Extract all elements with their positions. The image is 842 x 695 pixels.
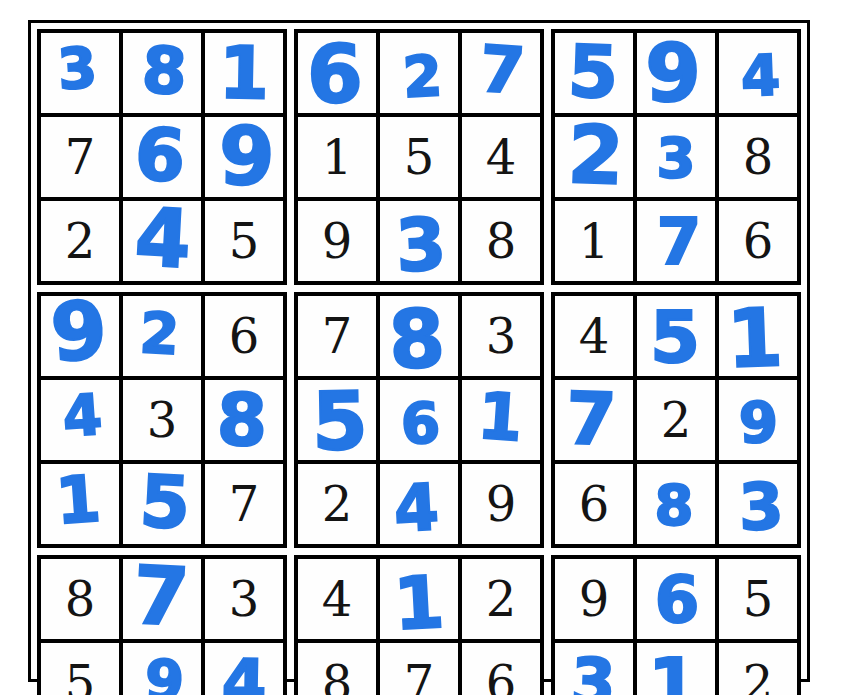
handwritten-digit: 1 xyxy=(218,37,269,110)
cell-r5c5[interactable]: 6 xyxy=(378,378,460,462)
cell-r4c2[interactable]: 2 xyxy=(121,294,203,378)
printed-digit: 4 xyxy=(579,312,610,360)
handwritten-digit: 9 xyxy=(218,117,275,198)
printed-digit: 1 xyxy=(322,133,353,181)
cell-r1c2[interactable]: 8 xyxy=(121,31,203,115)
cell-r1c4[interactable]: 6 xyxy=(296,31,378,115)
cell-r1c9[interactable]: 4 xyxy=(717,31,799,115)
handwritten-digit: 6 xyxy=(133,118,187,193)
printed-digit: 7 xyxy=(229,480,260,528)
printed-digit: 3 xyxy=(229,575,260,623)
cell-r5c9[interactable]: 9 xyxy=(717,378,799,462)
handwritten-digit: 8 xyxy=(140,38,188,104)
handwritten-digit: 8 xyxy=(216,384,267,457)
box-6: 451729683 xyxy=(551,292,801,548)
cell-r3c2[interactable]: 4 xyxy=(121,199,203,283)
printed-digit: 4 xyxy=(322,575,353,623)
cell-r6c1[interactable]: 1 xyxy=(39,462,121,546)
cell-r1c1[interactable]: 3 xyxy=(39,31,121,115)
handwritten-digit: 6 xyxy=(399,395,441,453)
handwritten-digit: 5 xyxy=(650,301,700,373)
cell-r8c3[interactable]: 4 xyxy=(203,641,285,695)
handwritten-digit: 2 xyxy=(567,115,625,197)
handwritten-digit: 1 xyxy=(392,566,446,641)
handwritten-digit: 9 xyxy=(645,34,701,114)
cell-r1c7[interactable]: 5 xyxy=(553,31,635,115)
printed-digit: 8 xyxy=(486,217,517,265)
cell-r6c9[interactable]: 3 xyxy=(717,462,799,546)
cell-r3c7[interactable]: 1 xyxy=(553,199,635,283)
printed-digit: 9 xyxy=(579,575,610,623)
cell-r5c4[interactable]: 5 xyxy=(296,378,378,462)
cell-r1c6[interactable]: 7 xyxy=(460,31,542,115)
handwritten-digit: 7 xyxy=(565,382,618,456)
cell-r8c7[interactable]: 3 xyxy=(553,641,635,695)
sudoku-board: 3817692456271549385942381769264381577835… xyxy=(28,20,810,682)
handwritten-digit: 8 xyxy=(387,299,447,382)
handwritten-digit: 7 xyxy=(131,556,191,639)
cell-r7c6[interactable]: 2 xyxy=(460,557,542,641)
printed-digit: 4 xyxy=(486,133,517,181)
box-1: 381769245 xyxy=(37,29,287,285)
cell-r2c4[interactable]: 1 xyxy=(296,115,378,199)
printed-digit: 8 xyxy=(743,133,774,181)
printed-digit: 2 xyxy=(322,480,353,528)
cell-r2c3[interactable]: 9 xyxy=(203,115,285,199)
handwritten-digit: 4 xyxy=(61,387,104,446)
cell-r2c7[interactable]: 2 xyxy=(553,115,635,199)
cell-r3c6[interactable]: 8 xyxy=(460,199,542,283)
printed-digit: 3 xyxy=(486,312,517,360)
cell-r5c8[interactable]: 2 xyxy=(635,378,717,462)
printed-digit: 7 xyxy=(404,659,435,695)
printed-digit: 2 xyxy=(65,217,96,265)
handwritten-digit: 9 xyxy=(738,394,779,451)
cell-r3c9[interactable]: 6 xyxy=(717,199,799,283)
cell-r4c6[interactable]: 3 xyxy=(460,294,542,378)
box-7: 873594612 xyxy=(37,555,287,695)
cell-r6c5[interactable]: 4 xyxy=(378,462,460,546)
cell-r3c1[interactable]: 2 xyxy=(39,199,121,283)
box-5: 783561249 xyxy=(294,292,544,548)
cell-r2c9[interactable]: 8 xyxy=(717,115,799,199)
cell-r3c8[interactable]: 7 xyxy=(635,199,717,283)
printed-digit: 9 xyxy=(486,480,517,528)
handwritten-digit: 2 xyxy=(401,48,443,106)
cell-r4c7[interactable]: 4 xyxy=(553,294,635,378)
handwritten-digit: 5 xyxy=(311,382,368,463)
printed-digit: 7 xyxy=(65,133,96,181)
cell-r4c8[interactable]: 5 xyxy=(635,294,717,378)
box-4: 926438157 xyxy=(37,292,287,548)
handwritten-digit: 6 xyxy=(306,35,363,116)
cell-r3c3[interactable]: 5 xyxy=(203,199,285,283)
cell-r6c3[interactable]: 7 xyxy=(203,462,285,546)
handwritten-digit: 9 xyxy=(48,290,109,374)
box-2: 627154938 xyxy=(294,29,544,285)
printed-digit: 9 xyxy=(322,217,353,265)
cell-r8c9[interactable]: 2 xyxy=(717,641,799,695)
cell-r6c6[interactable]: 9 xyxy=(460,462,542,546)
cell-r8c5[interactable]: 7 xyxy=(378,641,460,695)
handwritten-digit: 5 xyxy=(138,465,192,540)
cell-r5c3[interactable]: 8 xyxy=(203,378,285,462)
handwritten-digit: 4 xyxy=(392,475,440,541)
handwritten-digit: 6 xyxy=(655,568,700,632)
handwritten-digit: 3 xyxy=(738,474,785,540)
handwritten-digit: 9 xyxy=(143,652,185,695)
handwritten-digit: 7 xyxy=(478,37,527,104)
cell-r7c7[interactable]: 9 xyxy=(553,557,635,641)
cell-r4c9[interactable]: 1 xyxy=(717,294,799,378)
handwritten-digit: 3 xyxy=(657,130,696,186)
cell-r6c2[interactable]: 5 xyxy=(121,462,203,546)
cell-r6c4[interactable]: 2 xyxy=(296,462,378,546)
handwritten-digit: 4 xyxy=(221,651,267,695)
printed-digit: 6 xyxy=(229,312,260,360)
printed-digit: 8 xyxy=(65,575,96,623)
cell-r3c4[interactable]: 9 xyxy=(296,199,378,283)
cell-r2c5[interactable]: 5 xyxy=(378,115,460,199)
printed-digit: 6 xyxy=(486,659,517,695)
cell-r5c7[interactable]: 7 xyxy=(553,378,635,462)
cell-r5c1[interactable]: 4 xyxy=(39,378,121,462)
cell-r1c8[interactable]: 9 xyxy=(635,31,717,115)
printed-digit: 6 xyxy=(743,217,774,265)
cell-r8c1[interactable]: 5 xyxy=(39,641,121,695)
printed-digit: 5 xyxy=(65,659,96,695)
cell-r6c8[interactable]: 8 xyxy=(635,462,717,546)
sudoku-page: 3817692456271549385942381769264381577835… xyxy=(0,0,842,695)
handwritten-digit: 4 xyxy=(740,47,781,104)
box-8: 412876395 xyxy=(294,555,544,695)
cell-r1c3[interactable]: 1 xyxy=(203,31,285,115)
cell-r7c3[interactable]: 3 xyxy=(203,557,285,641)
printed-digit: 7 xyxy=(322,312,353,360)
printed-digit: 5 xyxy=(743,575,774,623)
cell-r7c5[interactable]: 1 xyxy=(378,557,460,641)
handwritten-digit: 7 xyxy=(657,210,702,274)
handwritten-digit: 1 xyxy=(648,648,698,695)
cell-r4c5[interactable]: 8 xyxy=(378,294,460,378)
printed-digit: 5 xyxy=(229,217,260,265)
cell-r5c2[interactable]: 3 xyxy=(121,378,203,462)
cell-r7c2[interactable]: 7 xyxy=(121,557,203,641)
handwritten-digit: 4 xyxy=(133,198,193,281)
box-3: 594238176 xyxy=(551,29,801,285)
cell-r8c8[interactable]: 1 xyxy=(635,641,717,695)
printed-digit: 2 xyxy=(743,659,774,695)
printed-digit: 6 xyxy=(579,480,610,528)
cell-r6c7[interactable]: 6 xyxy=(553,462,635,546)
cell-r2c8[interactable]: 3 xyxy=(635,115,717,199)
handwritten-digit: 3 xyxy=(394,208,448,283)
printed-digit: 1 xyxy=(579,217,610,265)
cell-r2c6[interactable]: 4 xyxy=(460,115,542,199)
cell-r2c2[interactable]: 6 xyxy=(121,115,203,199)
box-9: 965312847 xyxy=(551,555,801,695)
handwritten-digit: 3 xyxy=(570,649,617,695)
handwritten-digit: 1 xyxy=(54,467,103,534)
handwritten-digit: 1 xyxy=(726,298,784,380)
cell-r8c6[interactable]: 6 xyxy=(460,641,542,695)
cell-r7c4[interactable]: 4 xyxy=(296,557,378,641)
cell-r1c5[interactable]: 2 xyxy=(378,31,460,115)
cell-r4c1[interactable]: 9 xyxy=(39,294,121,378)
cell-r4c4[interactable]: 7 xyxy=(296,294,378,378)
cell-r4c3[interactable]: 6 xyxy=(203,294,285,378)
handwritten-digit: 1 xyxy=(476,384,525,451)
handwritten-digit: 5 xyxy=(567,35,620,109)
printed-digit: 5 xyxy=(404,133,435,181)
cell-r8c4[interactable]: 8 xyxy=(296,641,378,695)
cell-r7c8[interactable]: 6 xyxy=(635,557,717,641)
printed-digit: 2 xyxy=(661,396,692,444)
printed-digit: 3 xyxy=(147,396,178,444)
cell-r5c6[interactable]: 1 xyxy=(460,378,542,462)
cell-r8c2[interactable]: 9 xyxy=(121,641,203,695)
handwritten-digit: 3 xyxy=(56,40,99,99)
handwritten-digit: 8 xyxy=(655,477,694,533)
cell-r7c1[interactable]: 8 xyxy=(39,557,121,641)
handwritten-digit: 2 xyxy=(138,305,180,363)
cell-r3c5[interactable]: 3 xyxy=(378,199,460,283)
printed-digit: 8 xyxy=(322,659,353,695)
cell-r2c1[interactable]: 7 xyxy=(39,115,121,199)
cell-r7c9[interactable]: 5 xyxy=(717,557,799,641)
printed-digit: 2 xyxy=(486,575,517,623)
